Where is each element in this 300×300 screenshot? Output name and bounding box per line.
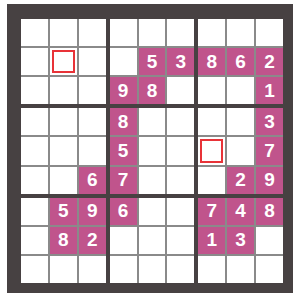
cell-r9c3-empty[interactable] xyxy=(79,256,106,283)
cell-r8c6-empty[interactable] xyxy=(167,227,194,254)
cell-r7c5-empty[interactable] xyxy=(139,198,166,225)
cell-r4c5-empty[interactable] xyxy=(139,108,166,135)
cell-r4c2-empty[interactable] xyxy=(50,108,77,135)
cell-r9c5-empty[interactable] xyxy=(139,256,166,283)
cell-r1c4-empty[interactable] xyxy=(110,19,137,46)
cell-r2c3-empty[interactable] xyxy=(79,48,106,75)
cell-r3c4-given[interactable]: 9 xyxy=(110,77,137,104)
cell-r2c2-empty[interactable] xyxy=(50,48,77,75)
cell-r9c1-empty[interactable] xyxy=(21,256,48,283)
cell-r3c1-empty[interactable] xyxy=(21,77,48,104)
cell-r7c1-empty[interactable] xyxy=(21,198,48,225)
cell-r1c7-empty[interactable] xyxy=(198,19,225,46)
cell-r3c5-given[interactable]: 8 xyxy=(139,77,166,104)
cell-r5c4-given[interactable]: 5 xyxy=(110,137,137,164)
cell-r4c3-empty[interactable] xyxy=(79,108,106,135)
cell-r1c3-empty[interactable] xyxy=(79,19,106,46)
box-1-2: 5398 xyxy=(110,19,195,104)
sudoku-grid: 53988621685737295982674813 xyxy=(21,19,283,283)
cell-r9c4-empty[interactable] xyxy=(110,256,137,283)
cell-r1c6-empty[interactable] xyxy=(167,19,194,46)
cell-r5c9-given[interactable]: 7 xyxy=(256,137,283,164)
cell-r5c1-empty[interactable] xyxy=(21,137,48,164)
cell-r2c6-given[interactable]: 3 xyxy=(167,48,194,75)
cell-r5c2-empty[interactable] xyxy=(50,137,77,164)
cell-r8c9-empty[interactable] xyxy=(256,227,283,254)
cell-r3c8-empty[interactable] xyxy=(227,77,254,104)
cell-r6c8-given[interactable]: 2 xyxy=(227,167,254,194)
cell-r1c8-empty[interactable] xyxy=(227,19,254,46)
box-3-1: 5982 xyxy=(21,198,106,283)
cell-r4c9-given[interactable]: 3 xyxy=(256,108,283,135)
cell-r7c4-given[interactable]: 6 xyxy=(110,198,137,225)
cell-r6c2-empty[interactable] xyxy=(50,167,77,194)
cell-r3c6-empty[interactable] xyxy=(167,77,194,104)
cell-r4c7-empty[interactable] xyxy=(198,108,225,135)
cell-r1c1-empty[interactable] xyxy=(21,19,48,46)
cell-r8c8-given[interactable]: 3 xyxy=(227,227,254,254)
cell-r4c8-empty[interactable] xyxy=(227,108,254,135)
cell-r2c8-given[interactable]: 6 xyxy=(227,48,254,75)
cell-r5c8-empty[interactable] xyxy=(227,137,254,164)
cell-r5c5-empty[interactable] xyxy=(139,137,166,164)
cell-r9c8-empty[interactable] xyxy=(227,256,254,283)
cell-r6c4-given[interactable]: 7 xyxy=(110,167,137,194)
cell-r4c4-given[interactable]: 8 xyxy=(110,108,137,135)
sudoku-board: 53988621685737295982674813 xyxy=(7,4,293,293)
cell-r2c9-given[interactable]: 2 xyxy=(256,48,283,75)
screenshot-stage: 53988621685737295982674813 xyxy=(0,0,300,300)
box-3-3: 74813 xyxy=(198,198,283,283)
cell-r8c7-given[interactable]: 1 xyxy=(198,227,225,254)
cell-r2c4-empty[interactable] xyxy=(110,48,137,75)
cell-r8c3-given[interactable]: 2 xyxy=(79,227,106,254)
cell-r8c2-given[interactable]: 8 xyxy=(50,227,77,254)
cell-r5c7-empty[interactable] xyxy=(198,137,225,164)
cell-r2c5-given[interactable]: 5 xyxy=(139,48,166,75)
cell-r1c9-empty[interactable] xyxy=(256,19,283,46)
cell-r6c5-empty[interactable] xyxy=(139,167,166,194)
cell-r9c7-empty[interactable] xyxy=(198,256,225,283)
box-2-1: 6 xyxy=(21,108,106,193)
cell-r9c2-empty[interactable] xyxy=(50,256,77,283)
cell-r6c7-empty[interactable] xyxy=(198,167,225,194)
cell-r3c7-empty[interactable] xyxy=(198,77,225,104)
cell-r7c8-given[interactable]: 4 xyxy=(227,198,254,225)
box-2-2: 857 xyxy=(110,108,195,193)
cell-r7c6-empty[interactable] xyxy=(167,198,194,225)
selection-highlight xyxy=(52,50,75,73)
selection-highlight xyxy=(200,139,223,162)
cell-r6c9-given[interactable]: 9 xyxy=(256,167,283,194)
cell-r3c9-given[interactable]: 1 xyxy=(256,77,283,104)
cell-r5c6-empty[interactable] xyxy=(167,137,194,164)
box-3-2: 6 xyxy=(110,198,195,283)
cell-r6c6-empty[interactable] xyxy=(167,167,194,194)
cell-r6c1-empty[interactable] xyxy=(21,167,48,194)
cell-r7c9-given[interactable]: 8 xyxy=(256,198,283,225)
cell-r9c6-empty[interactable] xyxy=(167,256,194,283)
cell-r4c1-empty[interactable] xyxy=(21,108,48,135)
cell-r7c3-given[interactable]: 9 xyxy=(79,198,106,225)
cell-r8c5-empty[interactable] xyxy=(139,227,166,254)
cell-r2c7-given[interactable]: 8 xyxy=(198,48,225,75)
cell-r3c3-empty[interactable] xyxy=(79,77,106,104)
box-2-3: 3729 xyxy=(198,108,283,193)
box-1-1 xyxy=(21,19,106,104)
cell-r3c2-empty[interactable] xyxy=(50,77,77,104)
cell-r9c9-empty[interactable] xyxy=(256,256,283,283)
cell-r8c4-empty[interactable] xyxy=(110,227,137,254)
cell-r7c2-given[interactable]: 5 xyxy=(50,198,77,225)
cell-r7c7-given[interactable]: 7 xyxy=(198,198,225,225)
cell-r6c3-given[interactable]: 6 xyxy=(79,167,106,194)
cell-r2c1-empty[interactable] xyxy=(21,48,48,75)
cell-r1c2-empty[interactable] xyxy=(50,19,77,46)
cell-r1c5-empty[interactable] xyxy=(139,19,166,46)
box-1-3: 8621 xyxy=(198,19,283,104)
cell-r8c1-empty[interactable] xyxy=(21,227,48,254)
cell-r4c6-empty[interactable] xyxy=(167,108,194,135)
cell-r5c3-empty[interactable] xyxy=(79,137,106,164)
